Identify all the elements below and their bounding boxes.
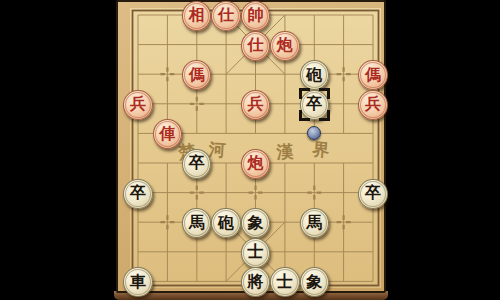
move-hint-square[interactable] <box>300 119 329 149</box>
red-advisor[interactable]: 仕 <box>211 0 240 30</box>
red-cannon[interactable]: 炮 <box>241 148 270 178</box>
piece-character: 兵 <box>130 96 146 112</box>
piece-grid: 相仕帥仕炮傌砲傌兵兵卒兵俥卒炮卒卒馬砲象馬士車將士象 <box>123 0 387 296</box>
red-horse[interactable]: 傌 <box>182 59 211 89</box>
piece-character: 將 <box>247 274 263 290</box>
piece-character: 砲 <box>218 215 234 231</box>
black-chariot[interactable]: 車 <box>123 267 152 297</box>
move-hint-dot <box>307 126 321 140</box>
black-advisor[interactable]: 士 <box>241 237 270 267</box>
red-soldier[interactable]: 兵 <box>123 89 152 119</box>
piece-character: 士 <box>277 274 293 290</box>
black-soldier[interactable]: 卒 <box>123 178 152 208</box>
selection-bracket-br <box>319 110 330 121</box>
piece-character: 車 <box>130 274 146 290</box>
piece-character: 兵 <box>247 96 263 112</box>
black-cannon[interactable]: 砲 <box>300 59 329 89</box>
red-elephant[interactable]: 相 <box>182 0 211 30</box>
piece-character: 帥 <box>247 7 263 23</box>
black-soldier-selected[interactable]: 卒 <box>300 89 329 119</box>
piece-character: 炮 <box>277 37 293 53</box>
piece-character: 卒 <box>130 185 146 201</box>
piece-character: 仕 <box>247 37 263 53</box>
piece-character: 仕 <box>218 7 234 23</box>
piece-character: 炮 <box>247 155 263 171</box>
black-horse[interactable]: 馬 <box>182 207 211 237</box>
red-horse[interactable]: 傌 <box>358 59 387 89</box>
red-soldier[interactable]: 兵 <box>358 89 387 119</box>
black-advisor[interactable]: 士 <box>270 267 299 297</box>
black-elephant[interactable]: 象 <box>241 207 270 237</box>
piece-character: 俥 <box>159 126 175 142</box>
piece-character: 卒 <box>189 155 205 171</box>
selection-bracket-bl <box>299 110 310 121</box>
red-soldier[interactable]: 兵 <box>241 89 270 119</box>
piece-character: 象 <box>247 215 263 231</box>
red-advisor[interactable]: 仕 <box>241 30 270 60</box>
piece-character: 卒 <box>365 185 381 201</box>
black-soldier[interactable]: 卒 <box>182 148 211 178</box>
piece-character: 象 <box>306 274 322 290</box>
piece-character: 馬 <box>189 215 205 231</box>
piece-character: 砲 <box>306 67 322 83</box>
piece-character: 傌 <box>189 67 205 83</box>
red-cannon[interactable]: 炮 <box>270 30 299 60</box>
red-general[interactable]: 帥 <box>241 0 270 30</box>
black-cannon[interactable]: 砲 <box>211 207 240 237</box>
piece-character: 傌 <box>365 67 381 83</box>
black-general[interactable]: 將 <box>241 267 270 297</box>
black-elephant[interactable]: 象 <box>300 267 329 297</box>
piece-character: 相 <box>189 7 205 23</box>
piece-character: 兵 <box>365 96 381 112</box>
black-soldier[interactable]: 卒 <box>358 178 387 208</box>
piece-character: 士 <box>247 244 263 260</box>
selection-bracket-tl <box>299 88 310 99</box>
black-horse[interactable]: 馬 <box>300 207 329 237</box>
red-chariot[interactable]: 俥 <box>153 119 182 149</box>
piece-character: 馬 <box>306 215 322 231</box>
selection-bracket-tr <box>319 88 330 99</box>
screen: 楚 河 漢 界 相仕帥仕炮傌砲傌兵兵卒兵俥卒炮卒卒馬砲象馬士車將士象 <box>0 0 500 300</box>
